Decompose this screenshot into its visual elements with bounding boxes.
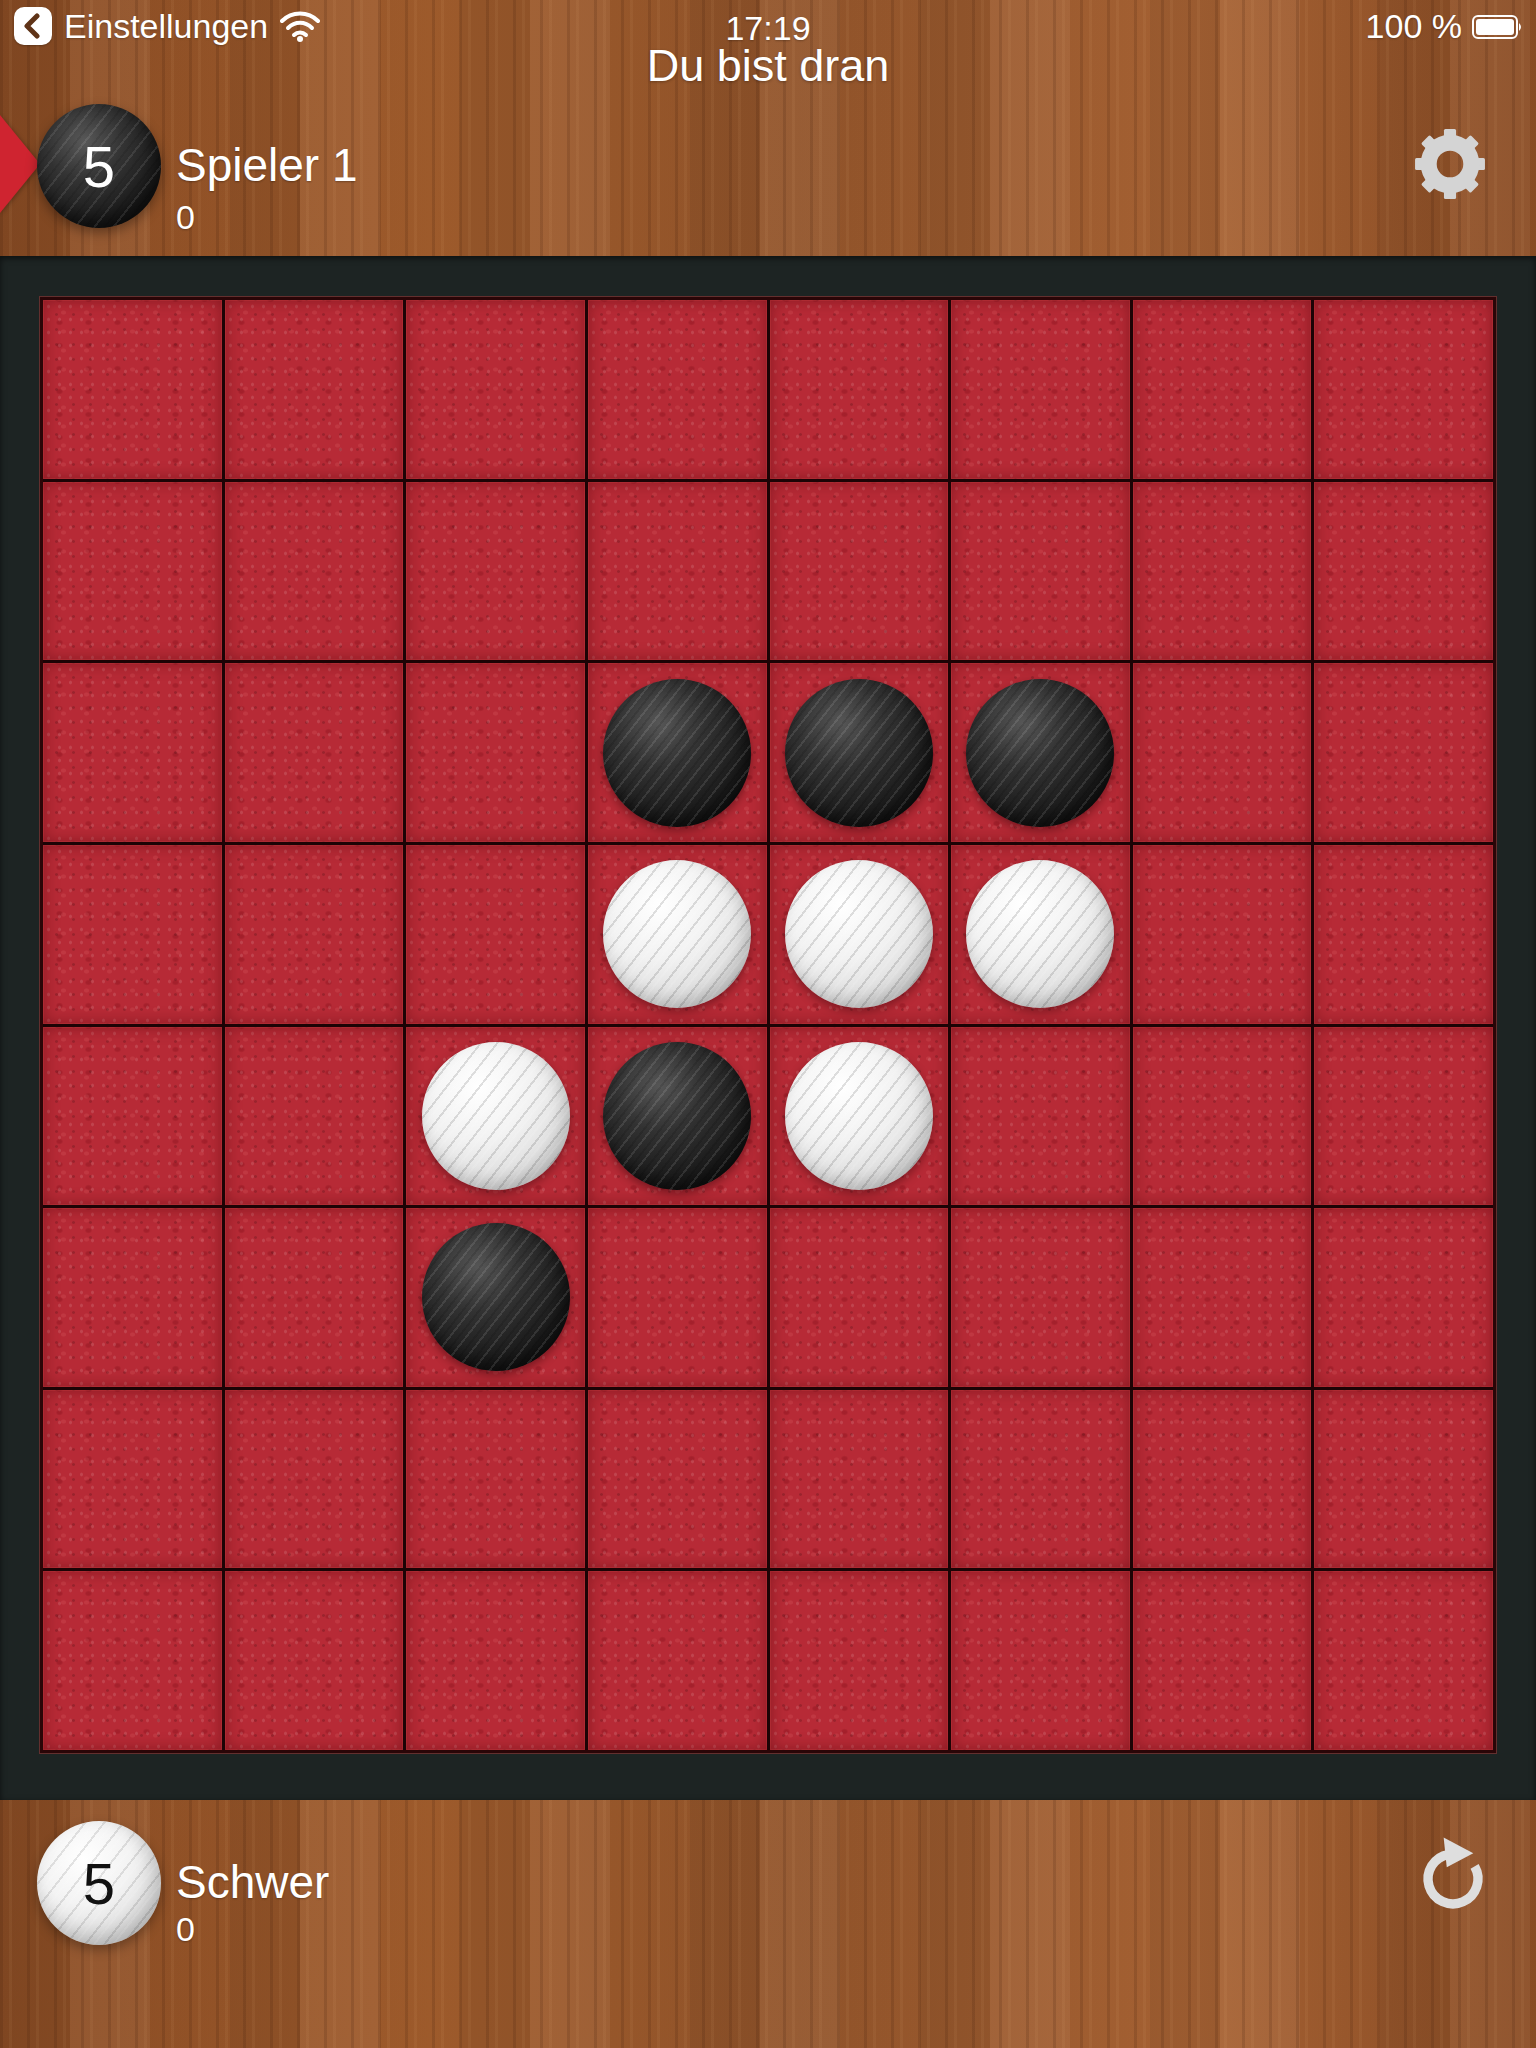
black-piece-f3 (966, 679, 1114, 827)
top-player-avatar-black-ball: 5 (37, 104, 161, 228)
top-player-score: 0 (176, 198, 195, 237)
bottom-player-name: Schwer (176, 1855, 329, 1909)
board-cell-f5[interactable] (951, 1027, 1130, 1206)
board-cell-f4[interactable] (951, 845, 1130, 1024)
board-cell-a7[interactable] (43, 1390, 222, 1569)
board-cell-d3[interactable] (588, 663, 767, 842)
board-cell-d2[interactable] (588, 482, 767, 661)
board-cell-h6[interactable] (1314, 1208, 1493, 1387)
board-frame (0, 256, 1536, 1800)
app-root: Einstellungen 17:19 100 % Du bist dran 5… (0, 0, 1536, 2048)
board-cell-b7[interactable] (225, 1390, 404, 1569)
board-cell-d4[interactable] (588, 845, 767, 1024)
restart-button[interactable] (1414, 1834, 1492, 1916)
board-cell-h2[interactable] (1314, 482, 1493, 661)
board-cell-g4[interactable] (1133, 845, 1312, 1024)
board-cell-c2[interactable] (406, 482, 585, 661)
board-cell-h4[interactable] (1314, 845, 1493, 1024)
board-cell-a2[interactable] (43, 482, 222, 661)
page-title: Du bist dran (0, 40, 1536, 92)
board-cell-c5[interactable] (406, 1027, 585, 1206)
board-cell-c8[interactable] (406, 1571, 585, 1750)
board-cell-d5[interactable] (588, 1027, 767, 1206)
battery-icon (1472, 15, 1522, 39)
top-player-piece-count: 5 (83, 133, 115, 200)
board-cell-h3[interactable] (1314, 663, 1493, 842)
board-cell-d6[interactable] (588, 1208, 767, 1387)
board-cell-e4[interactable] (770, 845, 949, 1024)
board-cell-e5[interactable] (770, 1027, 949, 1206)
settings-button[interactable] (1412, 124, 1488, 204)
board-cell-b2[interactable] (225, 482, 404, 661)
board-cell-g2[interactable] (1133, 482, 1312, 661)
white-piece-c5 (422, 1042, 570, 1190)
board-cell-e7[interactable] (770, 1390, 949, 1569)
board-cell-c1[interactable] (406, 300, 585, 479)
board-cell-a3[interactable] (43, 663, 222, 842)
board-cell-g8[interactable] (1133, 1571, 1312, 1750)
board-cell-g6[interactable] (1133, 1208, 1312, 1387)
white-piece-e5 (785, 1042, 933, 1190)
board-cell-d7[interactable] (588, 1390, 767, 1569)
board-cell-b4[interactable] (225, 845, 404, 1024)
bottom-player-avatar-white-ball: 5 (37, 1821, 161, 1945)
board-cell-f3[interactable] (951, 663, 1130, 842)
board-cell-b1[interactable] (225, 300, 404, 479)
board-cell-b3[interactable] (225, 663, 404, 842)
board-cell-h7[interactable] (1314, 1390, 1493, 1569)
gear-icon (1412, 124, 1488, 204)
board-cell-f6[interactable] (951, 1208, 1130, 1387)
board-cell-c3[interactable] (406, 663, 585, 842)
board-cell-a4[interactable] (43, 845, 222, 1024)
white-piece-f4 (966, 860, 1114, 1008)
othello-board (40, 297, 1496, 1753)
board-cell-h1[interactable] (1314, 300, 1493, 479)
refresh-icon (1414, 1834, 1492, 1916)
board-cell-f1[interactable] (951, 300, 1130, 479)
board-cell-h5[interactable] (1314, 1027, 1493, 1206)
white-piece-d4 (603, 860, 751, 1008)
board-cell-c6[interactable] (406, 1208, 585, 1387)
board-cell-f2[interactable] (951, 482, 1130, 661)
board-cell-e6[interactable] (770, 1208, 949, 1387)
board-cell-c4[interactable] (406, 845, 585, 1024)
board-cell-g7[interactable] (1133, 1390, 1312, 1569)
turn-indicator-arrow (0, 115, 40, 213)
top-player-name: Spieler 1 (176, 138, 358, 192)
board-cell-a1[interactable] (43, 300, 222, 479)
white-piece-e4 (785, 860, 933, 1008)
board-cell-a6[interactable] (43, 1208, 222, 1387)
board-cell-f8[interactable] (951, 1571, 1130, 1750)
bottom-player-piece-count: 5 (83, 1850, 115, 1917)
board-cell-h8[interactable] (1314, 1571, 1493, 1750)
board-cell-g5[interactable] (1133, 1027, 1312, 1206)
board-cell-d1[interactable] (588, 300, 767, 479)
board-cell-g1[interactable] (1133, 300, 1312, 479)
board-cell-e2[interactable] (770, 482, 949, 661)
bottom-player-score: 0 (176, 1910, 195, 1949)
black-piece-d3 (603, 679, 751, 827)
board-cell-b5[interactable] (225, 1027, 404, 1206)
board-cell-a8[interactable] (43, 1571, 222, 1750)
black-piece-e3 (785, 679, 933, 827)
board-cell-e3[interactable] (770, 663, 949, 842)
board-cell-g3[interactable] (1133, 663, 1312, 842)
board-cell-a5[interactable] (43, 1027, 222, 1206)
board-cell-e1[interactable] (770, 300, 949, 479)
board-cell-b6[interactable] (225, 1208, 404, 1387)
board-cell-c7[interactable] (406, 1390, 585, 1569)
board-cell-d8[interactable] (588, 1571, 767, 1750)
board-cell-f7[interactable] (951, 1390, 1130, 1569)
board-cell-b8[interactable] (225, 1571, 404, 1750)
black-piece-c6 (422, 1223, 570, 1371)
black-piece-d5 (603, 1042, 751, 1190)
board-cell-e8[interactable] (770, 1571, 949, 1750)
